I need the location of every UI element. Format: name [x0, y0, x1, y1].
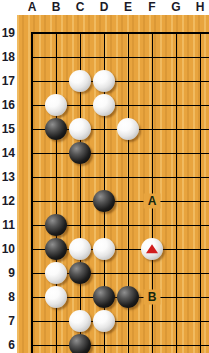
- intersection-D19[interactable]: [92, 21, 116, 45]
- intersection-H14[interactable]: [188, 141, 209, 165]
- black-stone-D12: [93, 190, 115, 212]
- white-stone-C7: [69, 310, 91, 332]
- intersection-D11[interactable]: [92, 213, 116, 237]
- column-label-D: D: [92, 0, 116, 14]
- intersection-G16[interactable]: [164, 93, 188, 117]
- intersection-A19[interactable]: [20, 21, 44, 45]
- intersection-F19[interactable]: [140, 21, 164, 45]
- intersection-H12[interactable]: [188, 189, 209, 213]
- intersection-E15[interactable]: [116, 117, 140, 141]
- intersection-F11[interactable]: [140, 213, 164, 237]
- row-label-7: 7: [0, 313, 15, 329]
- board-grid: AB: [20, 21, 209, 353]
- black-stone-B10: [45, 238, 67, 260]
- triangle-marker-icon: [146, 244, 158, 253]
- intersection-G13[interactable]: [164, 165, 188, 189]
- column-label-A: A: [20, 0, 44, 14]
- white-stone-C10: [69, 238, 91, 260]
- black-stone-C6: [69, 334, 91, 353]
- intersection-C8[interactable]: [68, 285, 92, 309]
- black-stone-D8: [93, 286, 115, 308]
- intersection-H18[interactable]: [188, 45, 209, 69]
- intersection-F16[interactable]: [140, 93, 164, 117]
- white-stone-D16: [93, 94, 115, 116]
- intersection-E11[interactable]: [116, 213, 140, 237]
- intersection-H6[interactable]: [188, 333, 209, 353]
- intersection-G11[interactable]: [164, 213, 188, 237]
- intersection-C16[interactable]: [68, 93, 92, 117]
- intersection-H16[interactable]: [188, 93, 209, 117]
- intersection-C15[interactable]: [68, 117, 92, 141]
- intersection-D12[interactable]: [92, 189, 116, 213]
- intersection-B12[interactable]: [44, 189, 68, 213]
- intersection-F17[interactable]: [140, 69, 164, 93]
- white-stone-C17: [69, 70, 91, 92]
- intersection-H13[interactable]: [188, 165, 209, 189]
- row-label-16: 16: [0, 97, 15, 113]
- white-stone-D7: [93, 310, 115, 332]
- intersection-A8[interactable]: [20, 285, 44, 309]
- intersection-A7[interactable]: [20, 309, 44, 333]
- intersection-D14[interactable]: [92, 141, 116, 165]
- row-label-18: 18: [0, 49, 15, 65]
- intersection-A18[interactable]: [20, 45, 44, 69]
- white-stone-B8: [45, 286, 67, 308]
- intersection-C18[interactable]: [68, 45, 92, 69]
- column-label-H: H: [188, 0, 209, 14]
- intersection-A6[interactable]: [20, 333, 44, 353]
- intersection-A12[interactable]: [20, 189, 44, 213]
- intersection-F8[interactable]: B: [140, 285, 164, 309]
- row-label-10: 10: [0, 241, 15, 257]
- intersection-B11[interactable]: [44, 213, 68, 237]
- intersection-H15[interactable]: [188, 117, 209, 141]
- intersection-B6[interactable]: [44, 333, 68, 353]
- intersection-E13[interactable]: [116, 165, 140, 189]
- intersection-B16[interactable]: [44, 93, 68, 117]
- intersection-C7[interactable]: [68, 309, 92, 333]
- intersection-E12[interactable]: [116, 189, 140, 213]
- black-stone-E8: [117, 286, 139, 308]
- intersection-E18[interactable]: [116, 45, 140, 69]
- row-label-8: 8: [0, 289, 15, 305]
- intersection-G9[interactable]: [164, 261, 188, 285]
- intersection-B19[interactable]: [44, 21, 68, 45]
- intersection-F14[interactable]: [140, 141, 164, 165]
- intersection-H10[interactable]: [188, 237, 209, 261]
- intersection-D18[interactable]: [92, 45, 116, 69]
- intersection-F12[interactable]: A: [140, 189, 164, 213]
- black-stone-C9: [69, 262, 91, 284]
- intersection-E7[interactable]: [116, 309, 140, 333]
- black-stone-B15: [45, 118, 67, 140]
- intersection-F6[interactable]: [140, 333, 164, 353]
- intersection-D10[interactable]: [92, 237, 116, 261]
- white-stone-F10: [141, 238, 163, 260]
- row-label-19: 19: [0, 25, 15, 41]
- intersection-D9[interactable]: [92, 261, 116, 285]
- intersection-B8[interactable]: [44, 285, 68, 309]
- intersection-A9[interactable]: [20, 261, 44, 285]
- white-stone-B9: [45, 262, 67, 284]
- intersection-B10[interactable]: [44, 237, 68, 261]
- intersection-F9[interactable]: [140, 261, 164, 285]
- intersection-B14[interactable]: [44, 141, 68, 165]
- intersection-C12[interactable]: [68, 189, 92, 213]
- intersection-H11[interactable]: [188, 213, 209, 237]
- intersection-H17[interactable]: [188, 69, 209, 93]
- white-stone-D17: [93, 70, 115, 92]
- intersection-E8[interactable]: [116, 285, 140, 309]
- intersection-G19[interactable]: [164, 21, 188, 45]
- intersection-F15[interactable]: [140, 117, 164, 141]
- intersection-A17[interactable]: [20, 69, 44, 93]
- point-label-A-F12: A: [144, 194, 161, 209]
- white-stone-C15: [69, 118, 91, 140]
- intersection-G6[interactable]: [164, 333, 188, 353]
- intersection-A13[interactable]: [20, 165, 44, 189]
- intersection-A11[interactable]: [20, 213, 44, 237]
- intersection-B15[interactable]: [44, 117, 68, 141]
- board: AB: [17, 15, 209, 353]
- intersection-G15[interactable]: [164, 117, 188, 141]
- go-board-diagram: ABCDEFGH 191817161514131211109876 AB: [0, 0, 209, 353]
- intersection-C6[interactable]: [68, 333, 92, 353]
- intersection-E14[interactable]: [116, 141, 140, 165]
- row-label-13: 13: [0, 169, 15, 185]
- intersection-H19[interactable]: [188, 21, 209, 45]
- intersection-F18[interactable]: [140, 45, 164, 69]
- intersection-D13[interactable]: [92, 165, 116, 189]
- row-label-14: 14: [0, 145, 15, 161]
- intersection-C9[interactable]: [68, 261, 92, 285]
- intersection-F13[interactable]: [140, 165, 164, 189]
- intersection-E19[interactable]: [116, 21, 140, 45]
- row-label-15: 15: [0, 121, 15, 137]
- intersection-E10[interactable]: [116, 237, 140, 261]
- row-label-11: 11: [0, 217, 15, 233]
- intersection-A15[interactable]: [20, 117, 44, 141]
- intersection-G12[interactable]: [164, 189, 188, 213]
- intersection-H8[interactable]: [188, 285, 209, 309]
- intersection-E17[interactable]: [116, 69, 140, 93]
- column-label-B: B: [44, 0, 68, 14]
- intersection-D17[interactable]: [92, 69, 116, 93]
- intersection-D7[interactable]: [92, 309, 116, 333]
- intersection-D8[interactable]: [92, 285, 116, 309]
- intersection-C13[interactable]: [68, 165, 92, 189]
- white-stone-E15: [117, 118, 139, 140]
- column-label-C: C: [68, 0, 92, 14]
- intersection-G8[interactable]: [164, 285, 188, 309]
- white-stone-D10: [93, 238, 115, 260]
- intersection-F10[interactable]: [140, 237, 164, 261]
- row-label-9: 9: [0, 265, 15, 281]
- intersection-C14[interactable]: [68, 141, 92, 165]
- intersection-G14[interactable]: [164, 141, 188, 165]
- intersection-H7[interactable]: [188, 309, 209, 333]
- intersection-E6[interactable]: [116, 333, 140, 353]
- intersection-G7[interactable]: [164, 309, 188, 333]
- column-label-G: G: [164, 0, 188, 14]
- row-label-17: 17: [0, 73, 15, 89]
- intersection-G17[interactable]: [164, 69, 188, 93]
- intersection-B13[interactable]: [44, 165, 68, 189]
- intersection-E9[interactable]: [116, 261, 140, 285]
- intersection-C17[interactable]: [68, 69, 92, 93]
- intersection-B7[interactable]: [44, 309, 68, 333]
- intersection-D15[interactable]: [92, 117, 116, 141]
- column-label-E: E: [116, 0, 140, 14]
- intersection-F7[interactable]: [140, 309, 164, 333]
- intersection-C10[interactable]: [68, 237, 92, 261]
- black-stone-C14: [69, 142, 91, 164]
- black-stone-B11: [45, 214, 67, 236]
- intersection-C19[interactable]: [68, 21, 92, 45]
- intersection-C11[interactable]: [68, 213, 92, 237]
- column-label-F: F: [140, 0, 164, 14]
- intersection-A16[interactable]: [20, 93, 44, 117]
- intersection-D6[interactable]: [92, 333, 116, 353]
- intersection-E16[interactable]: [116, 93, 140, 117]
- intersection-D16[interactable]: [92, 93, 116, 117]
- intersection-B17[interactable]: [44, 69, 68, 93]
- white-stone-B16: [45, 94, 67, 116]
- row-label-6: 6: [0, 337, 15, 353]
- intersection-A10[interactable]: [20, 237, 44, 261]
- intersection-A14[interactable]: [20, 141, 44, 165]
- intersection-B9[interactable]: [44, 261, 68, 285]
- intersection-B18[interactable]: [44, 45, 68, 69]
- intersection-G18[interactable]: [164, 45, 188, 69]
- point-label-B-F8: B: [144, 290, 161, 305]
- intersection-H9[interactable]: [188, 261, 209, 285]
- intersection-G10[interactable]: [164, 237, 188, 261]
- row-label-12: 12: [0, 193, 15, 209]
